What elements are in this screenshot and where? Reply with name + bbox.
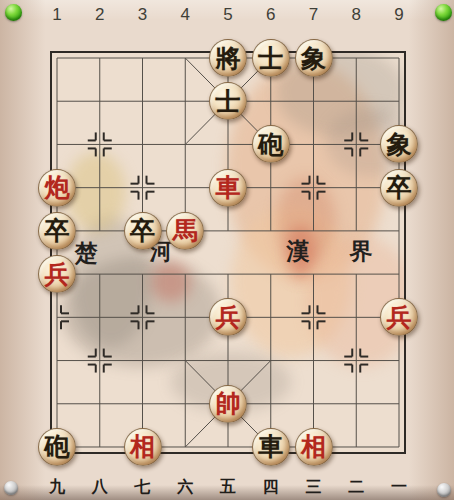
- piece-black-advisor[interactable]: 士: [252, 39, 290, 77]
- green-light-button-top-left[interactable]: [5, 4, 22, 21]
- piece-black-advisor[interactable]: 士: [209, 82, 247, 120]
- bottom-file-label-2: 八: [92, 477, 108, 498]
- piece-red-horse[interactable]: 馬: [166, 212, 204, 250]
- top-file-label-1: 1: [52, 5, 61, 25]
- gray-light-button-bottom-right[interactable]: [437, 483, 451, 497]
- top-file-label-3: 3: [138, 5, 147, 25]
- piece-red-cannon[interactable]: 炮: [38, 169, 76, 207]
- piece-red-soldier[interactable]: 兵: [38, 255, 76, 293]
- top-file-label-6: 6: [266, 5, 275, 25]
- piece-black-general[interactable]: 將: [209, 39, 247, 77]
- bottom-file-label-6: 四: [263, 477, 279, 498]
- piece-black-chariot[interactable]: 車: [252, 428, 290, 466]
- piece-red-elephant[interactable]: 相: [124, 428, 162, 466]
- bottom-file-label-9: 一: [391, 477, 407, 498]
- bottom-file-label-5: 五: [220, 477, 236, 498]
- piece-black-cannon[interactable]: 砲: [38, 428, 76, 466]
- bottom-file-label-3: 七: [135, 477, 151, 498]
- piece-red-general[interactable]: 帥: [209, 385, 247, 423]
- piece-black-soldier[interactable]: 卒: [380, 169, 418, 207]
- river-char-4: 界: [350, 236, 373, 267]
- top-file-label-2: 2: [95, 5, 104, 25]
- top-file-label-7: 7: [309, 5, 318, 25]
- top-file-label-9: 9: [394, 5, 403, 25]
- river-char-3: 漢: [287, 236, 310, 267]
- bottom-file-label-1: 九: [49, 477, 65, 498]
- gray-light-button-bottom-left[interactable]: [4, 481, 18, 495]
- piece-black-soldier[interactable]: 卒: [38, 212, 76, 250]
- river-char-1: 楚: [75, 238, 98, 269]
- piece-red-elephant[interactable]: 相: [295, 428, 333, 466]
- top-file-label-8: 8: [352, 5, 361, 25]
- piece-black-soldier[interactable]: 卒: [124, 212, 162, 250]
- piece-black-elephant[interactable]: 象: [295, 39, 333, 77]
- top-file-label-4: 4: [181, 5, 190, 25]
- top-file-label-5: 5: [223, 5, 232, 25]
- piece-red-chariot[interactable]: 車: [209, 169, 247, 207]
- xiangqi-app-window: 123456789 九八七六五四三二一 楚河漢界 將士象士砲象炮車卒卒卒馬兵兵兵…: [0, 0, 454, 500]
- bottom-file-label-8: 二: [348, 477, 364, 498]
- green-light-button-top-right[interactable]: [435, 4, 452, 21]
- bottom-file-label-4: 六: [177, 477, 193, 498]
- bottom-file-label-7: 三: [306, 477, 322, 498]
- piece-black-cannon[interactable]: 砲: [252, 125, 290, 163]
